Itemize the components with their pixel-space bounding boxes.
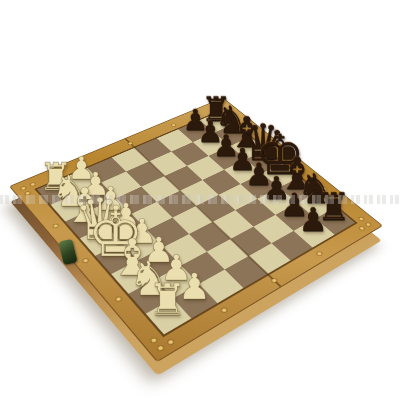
piece-black-pawn[interactable]: ♟ bbox=[279, 204, 347, 237]
watermark-band bbox=[0, 195, 400, 204]
piece-white-rook[interactable]: ♜ bbox=[134, 278, 202, 322]
product-photo-scene: ♜♞♝♛♚♝♞♜♟♟♟♟♟♟♟♟♟♟♟♟♟♟♟♟♜♞♝♛♚♝♞♜ bbox=[0, 0, 400, 400]
